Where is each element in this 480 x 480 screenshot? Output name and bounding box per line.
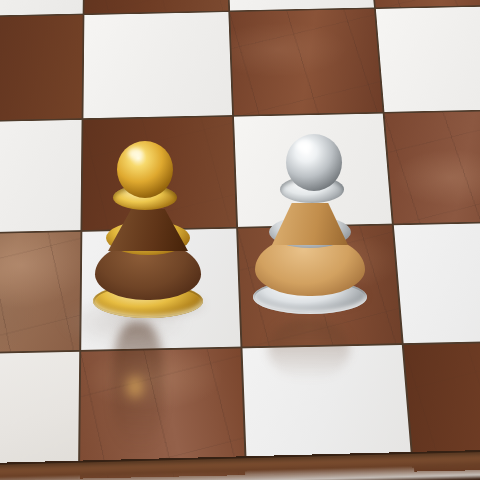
board <box>0 0 480 480</box>
dark-wood-body <box>108 209 188 251</box>
square-r2c4[interactable] <box>385 110 480 223</box>
square-r0c1[interactable] <box>0 0 84 17</box>
square-r1c3[interactable] <box>230 9 382 115</box>
square-r3c1[interactable] <box>0 232 80 353</box>
square-r1c4[interactable] <box>376 6 480 112</box>
board-scene <box>0 0 480 480</box>
square-r3c4[interactable] <box>394 222 480 343</box>
chessboard-photo <box>0 0 480 480</box>
square-r1c1[interactable] <box>0 15 83 121</box>
square-r1c2[interactable] <box>83 12 232 118</box>
square-r2c1[interactable] <box>0 120 82 234</box>
light-pawn[interactable] <box>250 130 370 322</box>
dark-pawn[interactable] <box>92 138 204 326</box>
gold-pawn-head <box>117 141 173 198</box>
light-wood-body <box>272 203 348 245</box>
silver-pawn-head <box>286 134 342 191</box>
